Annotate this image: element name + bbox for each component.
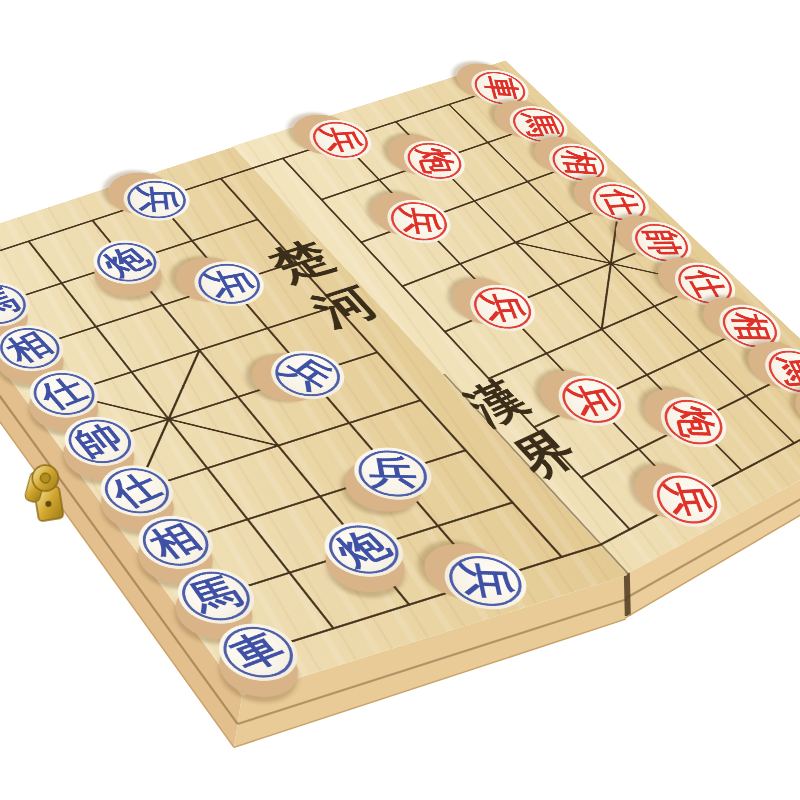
piece-character: 炮 <box>659 405 732 439</box>
piece-character: 兵 <box>190 264 270 304</box>
piece-character: 炮 <box>401 147 470 174</box>
piece-character: 兵 <box>306 125 377 155</box>
piece-character: 帥 <box>629 229 697 256</box>
fold-seam-gap <box>624 572 631 616</box>
product-photo-scene: 楚 河車馬相仕帥仕相馬車炮炮兵兵兵兵兵 漢 界 兵兵兵兵兵炮炮車馬相仕帥仕相馬車 <box>0 0 800 800</box>
piece-character: 兵 <box>650 480 728 518</box>
piece-character: 兵 <box>386 207 454 236</box>
piece-character: 馬 <box>507 112 573 137</box>
piece-character: 車 <box>470 75 533 101</box>
piece-character: 相 <box>548 149 612 178</box>
piece-character: 相 <box>716 312 785 342</box>
piece-character: 兵 <box>467 291 541 324</box>
piece-character: 兵 <box>364 446 422 499</box>
piece-character: 兵 <box>443 562 531 600</box>
piece-character: 兵 <box>124 186 193 214</box>
